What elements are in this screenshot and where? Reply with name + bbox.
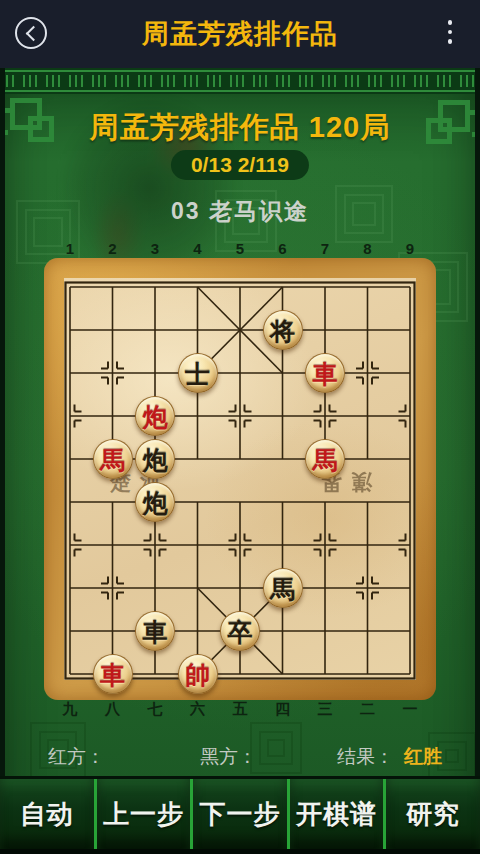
screen-edge-left [0,68,5,854]
app-title: 周孟芳残排作品 [0,0,480,68]
previous-move-button[interactable]: 上一步 [97,779,191,849]
coord-label: 一 [403,700,418,719]
coord-label: 2 [108,240,116,257]
coord-label: 4 [193,240,201,257]
piece-black-馬[interactable]: 馬 [263,568,303,608]
coord-label: 八 [105,700,120,719]
auto-play-button[interactable]: 自动 [0,779,94,849]
progress-badge: 0/13 2/119 [171,150,309,180]
result-value: 红胜 [404,740,442,774]
piece-black-炮[interactable]: 炮 [135,439,175,479]
file-labels-bottom: 九八七六五四三二一 [70,700,410,718]
result-label: 结果： [337,740,394,774]
piece-red-車[interactable]: 車 [93,654,133,694]
menu-dot-icon [448,39,453,44]
piece-red-馬[interactable]: 馬 [93,439,133,479]
coord-label: 六 [190,700,205,719]
pieces-layer: 将士車炮馬炮馬炮馬車卒車帥 [44,258,436,700]
meander-border-pattern [0,68,480,94]
coord-label: 七 [148,700,163,719]
xiangqi-board[interactable]: 楚河 漢界 将士車炮馬炮馬炮馬車卒車帥 [44,258,436,700]
game-info-bar: 红方： 黑方： 结果： 红胜 [0,740,480,774]
coord-label: 九 [63,700,78,719]
coord-label: 6 [278,240,286,257]
piece-black-炮[interactable]: 炮 [135,482,175,522]
piece-black-卒[interactable]: 卒 [220,611,260,651]
file-labels-top: 123456789 [70,240,410,258]
menu-dot-icon [448,30,453,35]
top-bar: 周孟芳残排作品 [0,0,480,68]
coord-label: 9 [406,240,414,257]
coord-label: 三 [318,700,333,719]
piece-black-将[interactable]: 将 [263,310,303,350]
menu-dot-icon [448,20,453,25]
coord-label: 四 [275,700,290,719]
piece-black-士[interactable]: 士 [178,353,218,393]
coord-label: 五 [233,700,248,719]
puzzle-title: 03 老马识途 [0,196,480,227]
piece-red-馬[interactable]: 馬 [305,439,345,479]
piece-red-車[interactable]: 車 [305,353,345,393]
collection-title: 周孟芳残排作品 120局 [0,108,480,148]
open-book-button[interactable]: 开棋谱 [290,779,384,849]
coord-label: 3 [151,240,159,257]
black-player-label: 黑方： [200,740,257,774]
app-screen: 周孟芳残排作品 周孟芳残排作品 120局 0/13 2/119 03 老马识途 … [0,0,480,854]
overflow-menu-button[interactable] [444,20,456,50]
coord-label: 5 [236,240,244,257]
research-button[interactable]: 研究 [386,779,480,849]
coord-label: 1 [66,240,74,257]
piece-black-車[interactable]: 車 [135,611,175,651]
bottom-button-bar: 自动上一步下一步开棋谱研究 [0,776,480,854]
piece-red-炮[interactable]: 炮 [135,396,175,436]
screen-edge-right [475,68,480,854]
coord-label: 8 [363,240,371,257]
coord-label: 7 [321,240,329,257]
red-player-label: 红方： [48,740,105,774]
next-move-button[interactable]: 下一步 [193,779,287,849]
piece-red-帥[interactable]: 帥 [178,654,218,694]
coord-label: 二 [360,700,375,719]
